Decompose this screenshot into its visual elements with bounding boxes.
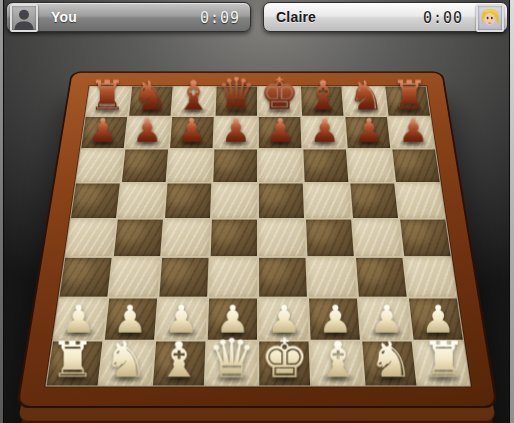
square-c7[interactable]: ♟ — [170, 117, 214, 148]
square-h4[interactable] — [400, 220, 450, 257]
square-g4[interactable] — [353, 220, 402, 257]
square-a3[interactable] — [60, 258, 112, 297]
player-clock-you: 0:09 — [200, 9, 240, 27]
square-b6[interactable] — [122, 149, 168, 182]
piece-white-rook-a1[interactable]: ♜ — [50, 335, 95, 385]
piece-black-bishop-c8[interactable]: ♝ — [175, 75, 211, 115]
square-b4[interactable] — [114, 220, 163, 257]
square-b5[interactable] — [118, 183, 166, 218]
window-edge-left — [0, 0, 4, 423]
square-b7[interactable]: ♟ — [126, 117, 171, 148]
square-e5[interactable] — [259, 183, 304, 218]
chess-board-grid: ♜♞♝♛♚♝♞♜♟♟♟♟♟♟♟♟♟♟♟♟♟♟♟♟♜♞♝♛♚♝♞♜ — [45, 86, 471, 387]
square-f4[interactable] — [306, 220, 354, 257]
blonde-woman-avatar-icon — [476, 4, 504, 32]
player-clock-claire: 0:00 — [423, 9, 463, 27]
square-e7[interactable]: ♟ — [259, 117, 302, 148]
piece-white-bishop-f1[interactable]: ♝ — [315, 335, 360, 385]
square-c6[interactable] — [168, 149, 213, 182]
square-g5[interactable] — [350, 183, 398, 218]
piece-white-rook-h1[interactable]: ♜ — [421, 335, 466, 385]
piece-black-pawn-a7[interactable]: ♟ — [88, 115, 118, 148]
square-h3[interactable] — [404, 258, 456, 297]
piece-black-rook-a8[interactable]: ♜ — [89, 75, 125, 115]
player-bar: You 0:09 Claire 0:00 — [6, 2, 508, 32]
square-h7[interactable]: ♟ — [389, 117, 435, 148]
square-e4[interactable] — [259, 220, 305, 257]
piece-black-pawn-d7[interactable]: ♟ — [221, 115, 251, 148]
square-e3[interactable] — [259, 258, 307, 297]
square-h5[interactable] — [396, 183, 445, 218]
square-h6[interactable] — [392, 149, 439, 182]
square-a4[interactable] — [65, 220, 115, 257]
board-scene: ♜♞♝♛♚♝♞♜♟♟♟♟♟♟♟♟♟♟♟♟♟♟♟♟♜♞♝♛♚♝♞♜ — [0, 0, 514, 423]
piece-black-pawn-c7[interactable]: ♟ — [177, 115, 207, 148]
player-name-claire: Claire — [276, 9, 316, 25]
square-c5[interactable] — [165, 183, 211, 218]
square-a6[interactable] — [76, 149, 123, 182]
square-b1[interactable]: ♞ — [100, 342, 154, 386]
piece-black-king-e8[interactable]: ♚ — [260, 72, 300, 116]
square-f7[interactable]: ♟ — [302, 117, 346, 148]
square-c1[interactable]: ♝ — [153, 342, 206, 386]
piece-white-knight-b1[interactable]: ♞ — [103, 335, 148, 385]
piece-black-queen-d8[interactable]: ♛ — [217, 72, 257, 116]
square-d6[interactable] — [213, 149, 257, 182]
square-g6[interactable] — [348, 149, 394, 182]
piece-white-knight-g1[interactable]: ♞ — [368, 335, 413, 385]
player-panel-claire: Claire 0:00 — [263, 2, 508, 32]
square-g7[interactable]: ♟ — [345, 117, 390, 148]
male-silhouette-avatar-icon — [10, 4, 38, 32]
window-edge-right — [509, 0, 514, 423]
square-d3[interactable] — [209, 258, 257, 297]
square-f3[interactable] — [308, 258, 357, 297]
piece-black-pawn-b7[interactable]: ♟ — [132, 115, 162, 148]
square-e1[interactable]: ♚ — [259, 342, 310, 386]
piece-white-king-e1[interactable]: ♚ — [260, 331, 309, 385]
square-a5[interactable] — [71, 183, 120, 218]
piece-black-bishop-f8[interactable]: ♝ — [305, 75, 341, 115]
square-f1[interactable]: ♝ — [311, 342, 364, 386]
piece-black-knight-b8[interactable]: ♞ — [132, 75, 168, 115]
player-panel-you: You 0:09 — [6, 2, 251, 32]
square-g1[interactable]: ♞ — [362, 342, 416, 386]
square-b3[interactable] — [109, 258, 160, 297]
square-d4[interactable] — [211, 220, 257, 257]
piece-white-queen-d1[interactable]: ♛ — [207, 331, 256, 385]
square-e6[interactable] — [259, 149, 303, 182]
piece-black-pawn-f7[interactable]: ♟ — [310, 115, 340, 148]
square-a1[interactable]: ♜ — [47, 342, 103, 386]
square-d1[interactable]: ♛ — [206, 342, 257, 386]
square-f6[interactable] — [303, 149, 348, 182]
piece-black-pawn-e7[interactable]: ♟ — [265, 115, 295, 148]
chess-app-window: You 0:09 Claire 0:00 ♜♞♝♛♚♝♞♜♟♟♟♟♟♟♟♟♟♟♟… — [0, 0, 514, 423]
chess-board: ♜♞♝♛♚♝♞♜♟♟♟♟♟♟♟♟♟♟♟♟♟♟♟♟♜♞♝♛♚♝♞♜ — [16, 71, 498, 408]
square-a7[interactable]: ♟ — [81, 117, 127, 148]
square-d5[interactable] — [212, 183, 257, 218]
square-h1[interactable]: ♜ — [414, 342, 470, 386]
square-c4[interactable] — [162, 220, 210, 257]
piece-black-rook-h8[interactable]: ♜ — [391, 75, 427, 115]
square-g3[interactable] — [356, 258, 407, 297]
piece-black-pawn-g7[interactable]: ♟ — [354, 115, 384, 148]
square-d7[interactable]: ♟ — [214, 117, 257, 148]
player-name-you: You — [51, 9, 77, 25]
piece-black-pawn-h7[interactable]: ♟ — [398, 115, 428, 148]
piece-white-bishop-c1[interactable]: ♝ — [156, 335, 201, 385]
square-c3[interactable] — [159, 258, 208, 297]
square-f5[interactable] — [305, 183, 351, 218]
piece-black-knight-g8[interactable]: ♞ — [348, 75, 384, 115]
